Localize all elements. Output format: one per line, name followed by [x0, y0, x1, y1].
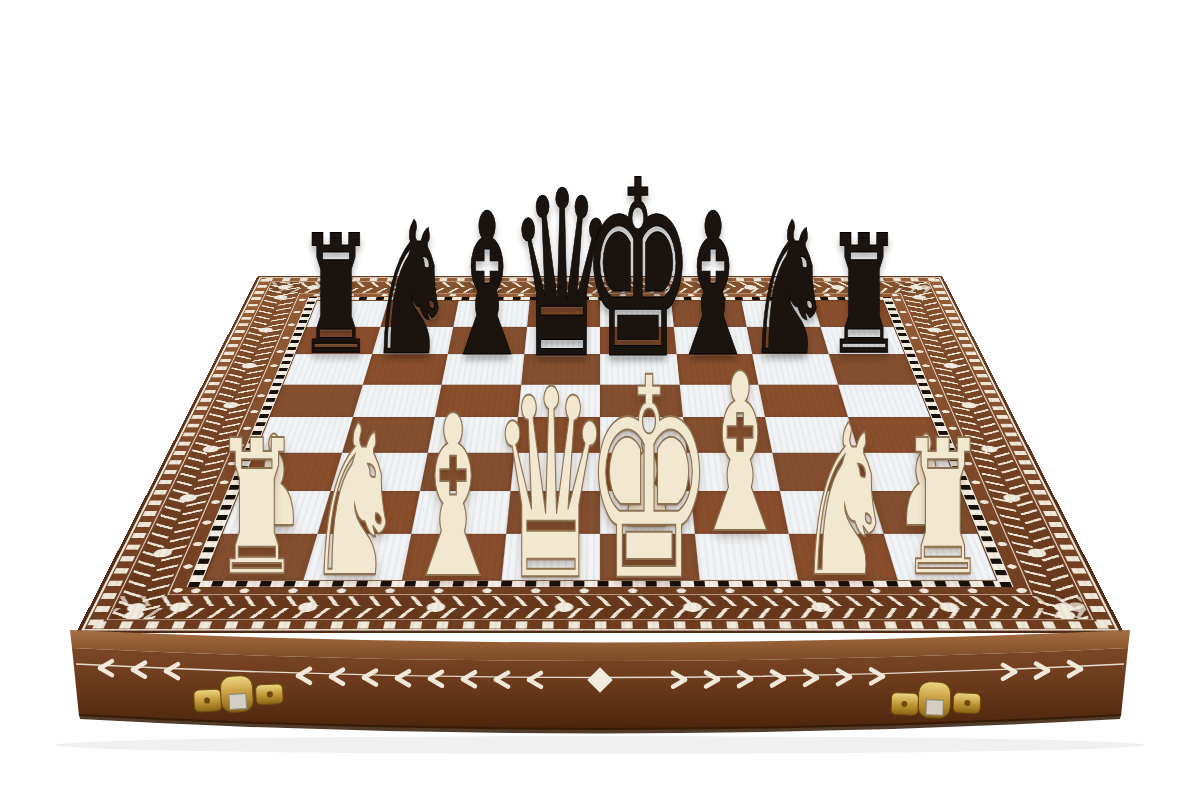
piece-white-rook[interactable]: ♜	[899, 416, 986, 602]
chess-set-photo: ♜♞♝♛♚♝♞♜♟♟♝♟♜♞♝♛♚♞♜	[0, 0, 1200, 800]
piece-white-king[interactable]: ♚	[584, 343, 714, 621]
piece-white-knight[interactable]: ♞	[796, 399, 893, 607]
cast-shadow	[55, 736, 1145, 754]
piece-white-rook[interactable]: ♜	[214, 416, 301, 602]
piece-white-knight[interactable]: ♞	[307, 399, 404, 607]
piece-black-rook[interactable]: ♜	[298, 214, 374, 378]
piece-black-rook[interactable]: ♜	[826, 214, 902, 378]
